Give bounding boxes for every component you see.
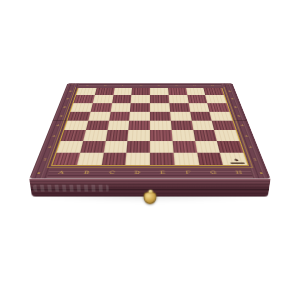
file-label-g: G [200,168,227,177]
square-d3 [128,130,150,141]
rank-labels-left: 12345678 [34,88,77,166]
square-a8 [76,88,96,95]
square-e5 [150,112,171,121]
square-f1 [173,152,198,165]
square-h8 [204,88,224,95]
square-f8 [168,88,187,95]
knight-crest-icon: ♞ [233,158,240,162]
square-b4 [86,121,109,131]
square-c4 [107,121,129,131]
file-label-h: H [225,168,253,177]
square-b7 [93,95,113,103]
square-c5 [109,112,130,121]
file-label-b: B [73,168,100,177]
square-b2 [80,141,105,153]
rank-label-right-8: 8 [222,88,237,95]
square-g4 [191,121,214,131]
square-a2 [57,141,83,153]
brass-clasp-icon [143,192,156,205]
square-h6 [207,103,229,111]
square-g8 [186,88,206,95]
file-label-back-e: E [150,84,168,87]
square-d7 [131,95,150,103]
square-e6 [150,103,170,111]
square-c1 [101,152,126,165]
square-d2 [127,141,150,153]
chess-board: ♞ ABCDEFGH ABCDEFGH 12345678 12345678 [29,83,270,178]
file-labels-front: ABCDEFGH [47,168,252,177]
square-d1 [126,152,150,165]
rank-label-left-2: 2 [40,141,60,153]
file-label-back-a: A [78,84,97,87]
file-label-back-f: F [168,84,186,87]
square-g7 [187,95,207,103]
watermark-smudge [33,185,109,192]
square-a1 [52,152,80,165]
file-labels-back: ABCDEFGH [78,84,222,87]
file-label-e: E [150,168,176,177]
square-f7 [168,95,188,103]
square-c8 [113,88,132,95]
file-label-back-d: D [132,84,150,87]
rank-label-right-1: 1 [245,153,266,166]
square-e8 [150,88,168,95]
file-label-f: F [175,168,201,177]
file-label-back-h: H [203,84,222,87]
square-f3 [171,130,194,141]
board-front-edge [29,179,270,197]
square-d5 [129,112,150,121]
rank-labels-right: 12345678 [222,88,265,166]
square-h1: ♞ [220,152,248,165]
file-label-back-c: C [114,84,132,87]
file-label-a: A [47,168,75,177]
square-f2 [172,141,196,153]
square-g3 [193,130,217,141]
brand-text-bar [230,162,244,163]
brand-stamp: ♞ [228,158,246,164]
square-h4 [212,121,236,131]
square-b1 [77,152,104,165]
brass-corner-dot [37,172,40,173]
square-b6 [90,103,111,111]
square-c7 [112,95,132,103]
square-h3 [214,130,239,141]
rank-label-right-7: 7 [225,95,241,103]
square-d8 [132,88,150,95]
rank-label-right-3: 3 [237,131,256,142]
brass-corner-dot [227,85,229,86]
square-b3 [83,130,107,141]
rank-label-left-8: 8 [63,88,78,95]
square-e2 [150,141,173,153]
file-label-c: C [99,168,125,177]
square-c2 [103,141,127,153]
square-h2 [217,141,243,153]
square-d6 [130,103,150,111]
square-g5 [190,112,212,121]
rank-label-right-5: 5 [230,111,247,120]
rank-label-left-4: 4 [49,121,67,131]
square-b8 [95,88,115,95]
square-g2 [195,141,220,153]
square-a4 [64,121,88,131]
square-c3 [105,130,128,141]
square-h5 [210,112,233,121]
square-e4 [150,121,171,131]
square-g1 [197,152,224,165]
square-c6 [110,103,131,111]
square-f4 [171,121,193,131]
square-f5 [170,112,191,121]
square-e3 [150,130,172,141]
rank-label-right-2: 2 [241,141,261,153]
file-label-d: D [124,168,150,177]
square-e1 [150,152,174,165]
square-f6 [169,103,190,111]
square-b5 [88,112,110,121]
brass-corner-dot [260,172,263,173]
square-a6 [71,103,93,111]
square-e7 [150,95,169,103]
board-top-surface: ♞ ABCDEFGH ABCDEFGH 12345678 12345678 [29,83,270,178]
rank-label-left-1: 1 [34,153,55,166]
square-a5 [67,112,90,121]
square-g6 [188,103,209,111]
rank-label-right-6: 6 [227,103,243,111]
chessboard-product-photo: ♞ ABCDEFGH ABCDEFGH 12345678 12345678 [0,0,300,300]
square-a7 [73,95,94,103]
file-label-back-b: B [96,84,115,87]
square-d4 [129,121,150,131]
rank-label-left-3: 3 [44,131,63,142]
rank-label-left-7: 7 [60,95,76,103]
square-h7 [205,95,226,103]
file-label-back-g: G [185,84,204,87]
playing-area: ♞ [51,88,249,166]
rank-label-right-4: 4 [234,121,252,131]
square-a3 [61,130,86,141]
